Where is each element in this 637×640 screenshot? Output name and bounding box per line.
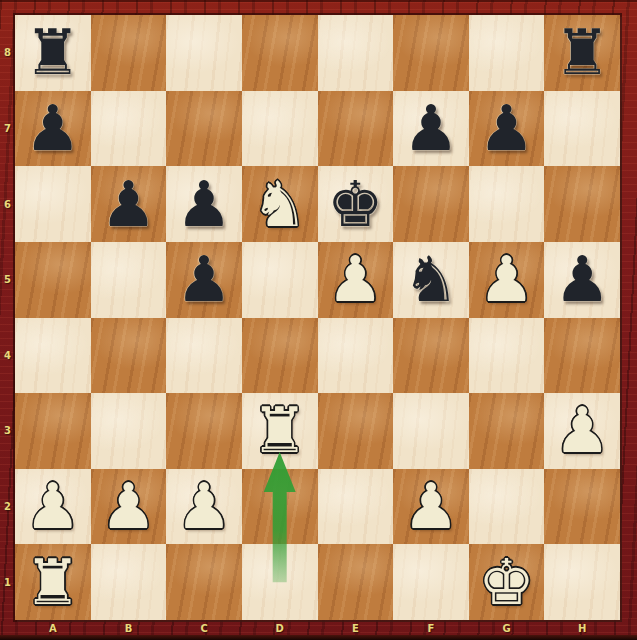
file-label-e: E — [318, 620, 394, 636]
piece-black-rook-a8[interactable]: ♜ — [15, 15, 91, 91]
square-e3[interactable] — [318, 393, 394, 469]
square-d5[interactable] — [242, 242, 318, 318]
square-f5[interactable]: ♞ — [393, 242, 469, 318]
square-d4[interactable] — [242, 318, 318, 394]
square-f4[interactable] — [393, 318, 469, 394]
file-label-h: H — [544, 620, 620, 636]
rank-label-7: 7 — [0, 91, 15, 167]
square-f1[interactable] — [393, 544, 469, 620]
piece-black-king-e6[interactable]: ♚ — [318, 166, 394, 242]
file-label-b: B — [91, 620, 167, 636]
piece-white-knight-d6[interactable]: ♞ — [242, 166, 318, 242]
rank-label-3: 3 — [0, 393, 15, 469]
rank-label-4: 4 — [0, 318, 15, 394]
square-b4[interactable] — [91, 318, 167, 394]
square-f8[interactable] — [393, 15, 469, 91]
square-e6[interactable]: ♚ — [318, 166, 394, 242]
piece-black-pawn-c6[interactable]: ♟ — [166, 166, 242, 242]
square-g6[interactable] — [469, 166, 545, 242]
square-h1[interactable] — [544, 544, 620, 620]
square-h7[interactable] — [544, 91, 620, 167]
piece-white-pawn-c2[interactable]: ♟ — [166, 469, 242, 545]
square-g8[interactable] — [469, 15, 545, 91]
square-c4[interactable] — [166, 318, 242, 394]
rank-label-2: 2 — [0, 469, 15, 545]
square-g4[interactable] — [469, 318, 545, 394]
piece-white-rook-a1[interactable]: ♜ — [15, 544, 91, 620]
square-e8[interactable] — [318, 15, 394, 91]
square-a4[interactable] — [15, 318, 91, 394]
square-b3[interactable] — [91, 393, 167, 469]
square-e4[interactable] — [318, 318, 394, 394]
file-label-d: D — [242, 620, 318, 636]
square-h5[interactable]: ♟ — [544, 242, 620, 318]
square-d1[interactable] — [242, 544, 318, 620]
piece-black-pawn-f7[interactable]: ♟ — [393, 91, 469, 167]
square-a2[interactable]: ♟ — [15, 469, 91, 545]
square-a7[interactable]: ♟ — [15, 91, 91, 167]
piece-black-pawn-h5[interactable]: ♟ — [544, 242, 620, 318]
square-g7[interactable]: ♟ — [469, 91, 545, 167]
piece-white-pawn-f2[interactable]: ♟ — [393, 469, 469, 545]
piece-white-pawn-g5[interactable]: ♟ — [469, 242, 545, 318]
piece-white-pawn-e5[interactable]: ♟ — [318, 242, 394, 318]
square-f3[interactable] — [393, 393, 469, 469]
square-f2[interactable]: ♟ — [393, 469, 469, 545]
square-f6[interactable] — [393, 166, 469, 242]
piece-white-pawn-a2[interactable]: ♟ — [15, 469, 91, 545]
square-e2[interactable] — [318, 469, 394, 545]
square-b7[interactable] — [91, 91, 167, 167]
square-c7[interactable] — [166, 91, 242, 167]
square-c5[interactable]: ♟ — [166, 242, 242, 318]
square-h6[interactable] — [544, 166, 620, 242]
square-h2[interactable] — [544, 469, 620, 545]
piece-white-pawn-b2[interactable]: ♟ — [91, 469, 167, 545]
square-a1[interactable]: ♜ — [15, 544, 91, 620]
piece-black-knight-f5[interactable]: ♞ — [393, 242, 469, 318]
piece-black-pawn-b6[interactable]: ♟ — [91, 166, 167, 242]
rank-label-8: 8 — [0, 15, 15, 91]
file-label-f: F — [393, 620, 469, 636]
square-d6[interactable]: ♞ — [242, 166, 318, 242]
piece-black-pawn-a7[interactable]: ♟ — [15, 91, 91, 167]
square-c6[interactable]: ♟ — [166, 166, 242, 242]
rank-labels: 87654321 — [0, 15, 15, 620]
file-label-c: C — [166, 620, 242, 636]
piece-black-pawn-c5[interactable]: ♟ — [166, 242, 242, 318]
square-g3[interactable] — [469, 393, 545, 469]
square-g1[interactable]: ♚ — [469, 544, 545, 620]
piece-black-rook-h8[interactable]: ♜ — [544, 15, 620, 91]
square-d7[interactable] — [242, 91, 318, 167]
square-b8[interactable] — [91, 15, 167, 91]
square-c1[interactable] — [166, 544, 242, 620]
square-a6[interactable] — [15, 166, 91, 242]
rank-label-5: 5 — [0, 242, 15, 318]
square-b1[interactable] — [91, 544, 167, 620]
square-b2[interactable]: ♟ — [91, 469, 167, 545]
file-label-a: A — [15, 620, 91, 636]
rank-label-1: 1 — [0, 544, 15, 620]
square-a3[interactable] — [15, 393, 91, 469]
square-g2[interactable] — [469, 469, 545, 545]
square-c3[interactable] — [166, 393, 242, 469]
square-c2[interactable]: ♟ — [166, 469, 242, 545]
piece-white-king-g1[interactable]: ♚ — [469, 544, 545, 620]
square-e5[interactable]: ♟ — [318, 242, 394, 318]
square-b6[interactable]: ♟ — [91, 166, 167, 242]
piece-white-pawn-h3[interactable]: ♟ — [544, 393, 620, 469]
chess-board-frame: ♜♜♟♟♟♟♟♞♚♟♟♞♟♟♜♟♟♟♟♟♜♚ 87654321 ABCDEFGH — [0, 0, 637, 640]
square-e7[interactable] — [318, 91, 394, 167]
chess-board: ♜♜♟♟♟♟♟♞♚♟♟♞♟♟♜♟♟♟♟♟♜♚ — [15, 15, 620, 620]
square-a8[interactable]: ♜ — [15, 15, 91, 91]
square-e1[interactable] — [318, 544, 394, 620]
file-label-g: G — [469, 620, 545, 636]
square-h8[interactable]: ♜ — [544, 15, 620, 91]
square-h3[interactable]: ♟ — [544, 393, 620, 469]
square-b5[interactable] — [91, 242, 167, 318]
square-g5[interactable]: ♟ — [469, 242, 545, 318]
square-d2[interactable] — [242, 469, 318, 545]
square-f7[interactable]: ♟ — [393, 91, 469, 167]
square-a5[interactable] — [15, 242, 91, 318]
square-d8[interactable] — [242, 15, 318, 91]
piece-black-pawn-g7[interactable]: ♟ — [469, 91, 545, 167]
rank-label-6: 6 — [0, 166, 15, 242]
square-h4[interactable] — [544, 318, 620, 394]
piece-white-rook-d3[interactable]: ♜ — [242, 393, 318, 469]
square-d3[interactable]: ♜ — [242, 393, 318, 469]
file-labels: ABCDEFGH — [15, 620, 620, 636]
square-c8[interactable] — [166, 15, 242, 91]
